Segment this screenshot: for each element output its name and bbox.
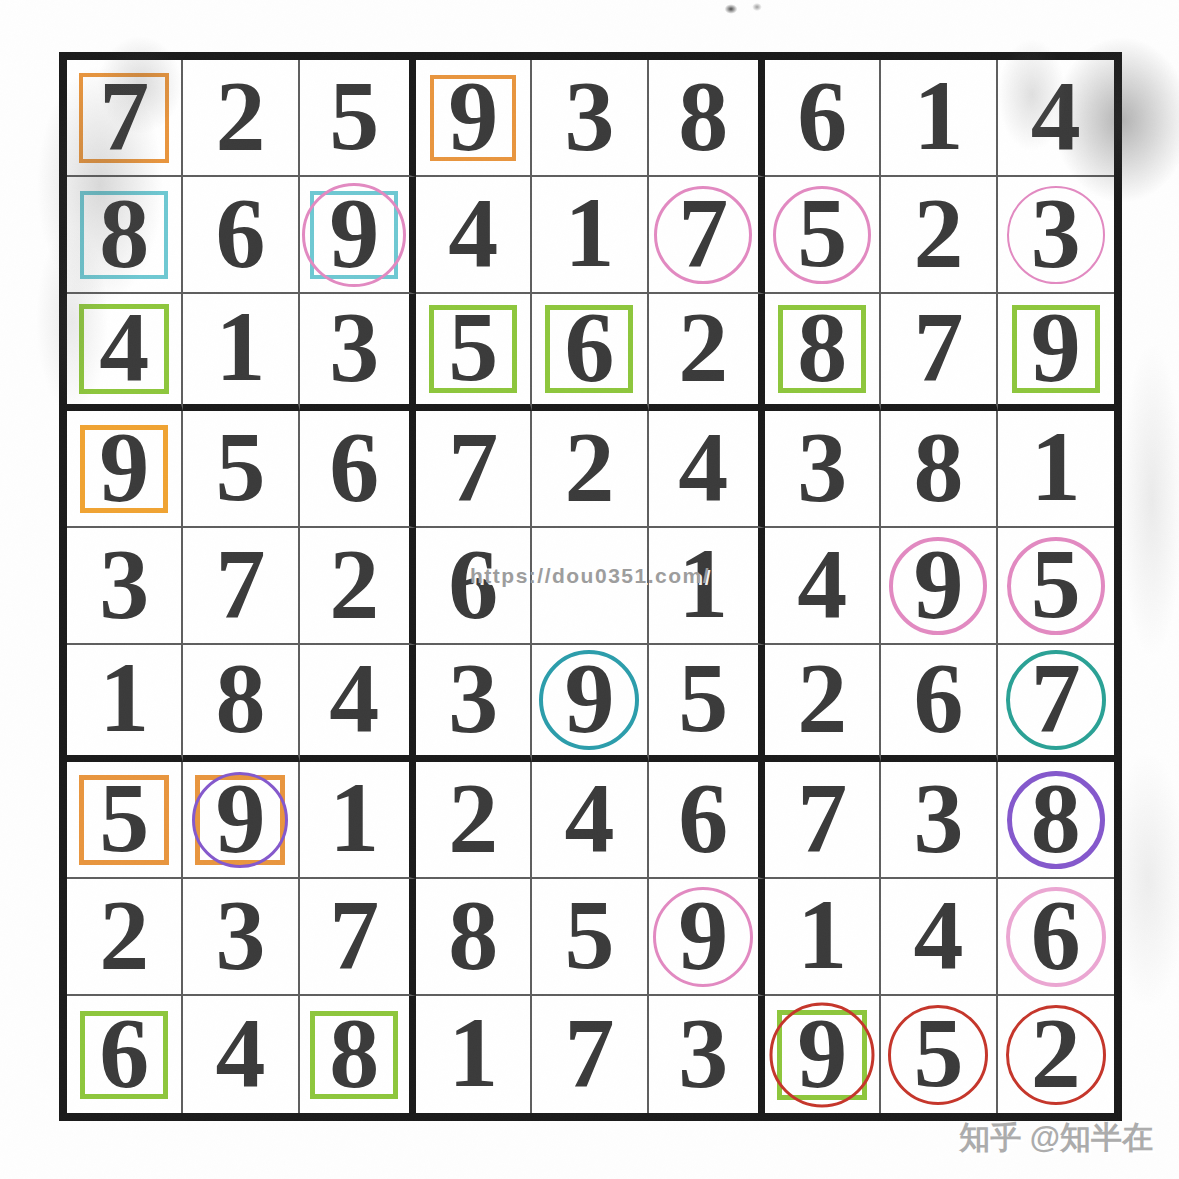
digit: 2 [329, 534, 379, 634]
digit: 9 [913, 534, 963, 634]
digit: 1 [329, 768, 379, 868]
cell-r8c1[interactable]: 2 [67, 879, 183, 996]
cell-r2c7[interactable]: 5 [765, 177, 881, 294]
digit: 6 [564, 297, 614, 397]
cell-r1c3[interactable]: 5 [300, 60, 416, 177]
digit: 5 [564, 885, 614, 985]
digit: 8 [215, 648, 265, 748]
digit: 6 [329, 417, 379, 517]
digit: 7 [215, 534, 265, 634]
watermark-url: https://dou0351.com/ [470, 564, 710, 588]
cell-r6c5[interactable]: 9 [532, 645, 648, 762]
cell-r2c9[interactable]: 3 [998, 177, 1114, 294]
digit: 2 [215, 66, 265, 166]
digit: 9 [1031, 297, 1081, 397]
digit: 2 [913, 183, 963, 283]
cell-r9c9[interactable]: 2 [998, 996, 1114, 1113]
digit: 5 [1031, 534, 1081, 634]
digit: 3 [1031, 183, 1081, 283]
cell-r1c6[interactable]: 8 [649, 60, 765, 177]
digit: 9 [215, 768, 265, 868]
digit: 7 [99, 66, 149, 166]
digit: 1 [448, 1003, 498, 1103]
digit: 1 [564, 183, 614, 283]
cell-r6c3[interactable]: 4 [300, 645, 416, 762]
cell-r4c2[interactable]: 5 [183, 411, 299, 528]
digit: 6 [99, 1003, 149, 1103]
digit: 8 [797, 297, 847, 397]
cell-r4c9[interactable]: 1 [998, 411, 1114, 528]
cell-r4c3[interactable]: 6 [300, 411, 416, 528]
cell-r2c2[interactable]: 6 [183, 177, 299, 294]
cell-r5c3[interactable]: 2 [300, 528, 416, 645]
digit: 9 [329, 183, 379, 283]
digit: 4 [564, 768, 614, 868]
cell-r9c1[interactable]: 6 [67, 996, 183, 1113]
digit: 4 [913, 885, 963, 985]
cell-r8c2[interactable]: 3 [183, 879, 299, 996]
cell-r5c1[interactable]: 3 [67, 528, 183, 645]
cell-r7c1[interactable]: 5 [67, 762, 183, 879]
digit: 3 [797, 417, 847, 517]
page: 7259386148694175234135628799567243813726… [0, 0, 1179, 1179]
cell-r1c8[interactable]: 1 [881, 60, 997, 177]
digit: 8 [913, 417, 963, 517]
digit: 3 [448, 648, 498, 748]
digit: 2 [99, 885, 149, 985]
cell-r6c2[interactable]: 8 [183, 645, 299, 762]
cell-r5c2[interactable]: 7 [183, 528, 299, 645]
digit: 3 [678, 1003, 728, 1103]
cell-r5c7[interactable]: 4 [765, 528, 881, 645]
digit: 4 [215, 1003, 265, 1103]
digit: 4 [329, 648, 379, 748]
watermark-zhihu: 知乎 @知半在 [959, 1117, 1153, 1159]
cell-r3c5[interactable]: 6 [532, 294, 648, 411]
cell-r8c3[interactable]: 7 [300, 879, 416, 996]
digit: 9 [99, 417, 149, 517]
digit: 2 [1031, 1003, 1081, 1103]
digit: 5 [448, 297, 498, 397]
cell-r8c4[interactable]: 8 [416, 879, 532, 996]
cell-r7c4[interactable]: 2 [416, 762, 532, 879]
cell-r5c8[interactable]: 9 [881, 528, 997, 645]
digit: 1 [797, 885, 847, 985]
cell-r1c5[interactable]: 3 [532, 60, 648, 177]
cell-r4c8[interactable]: 8 [881, 411, 997, 528]
digit: 9 [678, 885, 728, 985]
cell-r1c1[interactable]: 7 [67, 60, 183, 177]
cell-r9c5[interactable]: 7 [532, 996, 648, 1113]
cell-r6c4[interactable]: 3 [416, 645, 532, 762]
digit: 7 [797, 768, 847, 868]
cell-r4c6[interactable]: 4 [649, 411, 765, 528]
cell-r8c5[interactable]: 5 [532, 879, 648, 996]
digit: 5 [678, 648, 728, 748]
cell-r8c8[interactable]: 4 [881, 879, 997, 996]
digit: 9 [564, 648, 614, 748]
digit: 9 [797, 1003, 847, 1103]
cell-r8c7[interactable]: 1 [765, 879, 881, 996]
digit: 7 [448, 417, 498, 517]
cell-r7c7[interactable]: 7 [765, 762, 881, 879]
cell-r1c7[interactable]: 6 [765, 60, 881, 177]
cell-r7c9[interactable]: 8 [998, 762, 1114, 879]
digit: 6 [913, 648, 963, 748]
digit: 4 [99, 297, 149, 397]
digit: 3 [215, 885, 265, 985]
cell-r9c4[interactable]: 1 [416, 996, 532, 1113]
digit: 5 [329, 66, 379, 166]
cell-r4c7[interactable]: 3 [765, 411, 881, 528]
cell-r1c2[interactable]: 2 [183, 60, 299, 177]
digit: 8 [678, 66, 728, 166]
digit: 6 [215, 183, 265, 283]
cell-r4c5[interactable]: 2 [532, 411, 648, 528]
cell-r3c7[interactable]: 8 [765, 294, 881, 411]
digit: 2 [678, 297, 728, 397]
digit: 4 [678, 417, 728, 517]
digit: 4 [448, 183, 498, 283]
digit: 3 [329, 297, 379, 397]
cell-r2c8[interactable]: 2 [881, 177, 997, 294]
digit: 4 [797, 534, 847, 634]
cell-r7c5[interactable]: 4 [532, 762, 648, 879]
cell-r6c6[interactable]: 5 [649, 645, 765, 762]
cell-r1c4[interactable]: 9 [416, 60, 532, 177]
digit: 1 [215, 297, 265, 397]
digit: 7 [913, 297, 963, 397]
digit: 7 [1031, 648, 1081, 748]
digit: 8 [329, 1003, 379, 1103]
digit: 2 [448, 768, 498, 868]
digit: 2 [797, 648, 847, 748]
cell-r9c7[interactable]: 9 [765, 996, 881, 1113]
cell-r6c7[interactable]: 2 [765, 645, 881, 762]
cell-r7c8[interactable]: 3 [881, 762, 997, 879]
digit: 1 [913, 66, 963, 166]
cell-r9c6[interactable]: 3 [649, 996, 765, 1113]
digit: 5 [797, 183, 847, 283]
digit: 9 [448, 66, 498, 166]
digit: 1 [99, 648, 149, 748]
cell-r1c9[interactable]: 4 [998, 60, 1114, 177]
cell-r6c1[interactable]: 1 [67, 645, 183, 762]
cell-r2c1[interactable]: 8 [67, 177, 183, 294]
digit: 5 [913, 1003, 963, 1103]
digit: 3 [913, 768, 963, 868]
digit: 6 [678, 768, 728, 868]
digit: 7 [564, 1003, 614, 1103]
digit: 7 [329, 885, 379, 985]
cell-r6c9[interactable]: 7 [998, 645, 1114, 762]
cell-r7c2[interactable]: 9 [183, 762, 299, 879]
cell-r3c1[interactable]: 4 [67, 294, 183, 411]
digit: 3 [99, 534, 149, 634]
cell-r2c6[interactable]: 7 [649, 177, 765, 294]
cell-r7c6[interactable]: 6 [649, 762, 765, 879]
cell-r5c9[interactable]: 5 [998, 528, 1114, 645]
digit: 5 [215, 417, 265, 517]
digit: 5 [99, 768, 149, 868]
cell-r2c5[interactable]: 1 [532, 177, 648, 294]
digit: 8 [99, 183, 149, 283]
cell-r3c8[interactable]: 7 [881, 294, 997, 411]
digit: 8 [448, 885, 498, 985]
digit: 6 [797, 66, 847, 166]
cell-r4c1[interactable]: 9 [67, 411, 183, 528]
digit: 2 [564, 417, 614, 517]
cell-r4c4[interactable]: 7 [416, 411, 532, 528]
cell-r6c8[interactable]: 6 [881, 645, 997, 762]
cell-r3c2[interactable]: 1 [183, 294, 299, 411]
digit: 6 [1031, 885, 1081, 985]
cell-r9c3[interactable]: 8 [300, 996, 416, 1113]
cell-r3c9[interactable]: 9 [998, 294, 1114, 411]
cell-r2c3[interactable]: 9 [300, 177, 416, 294]
digit: 1 [1031, 417, 1081, 517]
digit: 8 [1031, 768, 1081, 868]
cell-r8c9[interactable]: 6 [998, 879, 1114, 996]
cell-r2c4[interactable]: 4 [416, 177, 532, 294]
cell-r7c3[interactable]: 1 [300, 762, 416, 879]
digit: 3 [564, 66, 614, 166]
digit: 4 [1031, 66, 1081, 166]
cell-r3c3[interactable]: 3 [300, 294, 416, 411]
cell-r3c6[interactable]: 2 [649, 294, 765, 411]
cell-r8c6[interactable]: 9 [649, 879, 765, 996]
cell-r9c8[interactable]: 5 [881, 996, 997, 1113]
cell-r3c4[interactable]: 5 [416, 294, 532, 411]
digit: 7 [678, 183, 728, 283]
cell-r9c2[interactable]: 4 [183, 996, 299, 1113]
